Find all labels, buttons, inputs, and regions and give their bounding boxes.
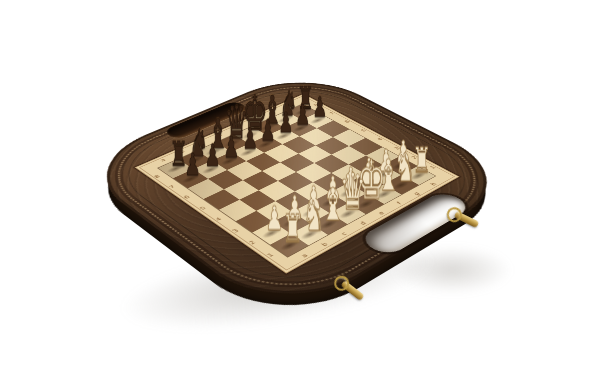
white-rook: ♜ [272, 209, 313, 247]
black-pawn: ♟ [174, 150, 212, 181]
walnut-chess-case: aa88bb77cc66dd55ee44ff33gg22hh11 ♜♞♝♛♚♝♞… [72, 68, 524, 322]
chess-set-photo: aa88bb77cc66dd55ee44ff33gg22hh11 ♜♞♝♛♚♝♞… [0, 0, 600, 380]
photo-scene: aa88bb77cc66dd55ee44ff33gg22hh11 ♜♞♝♛♚♝♞… [0, 0, 600, 380]
